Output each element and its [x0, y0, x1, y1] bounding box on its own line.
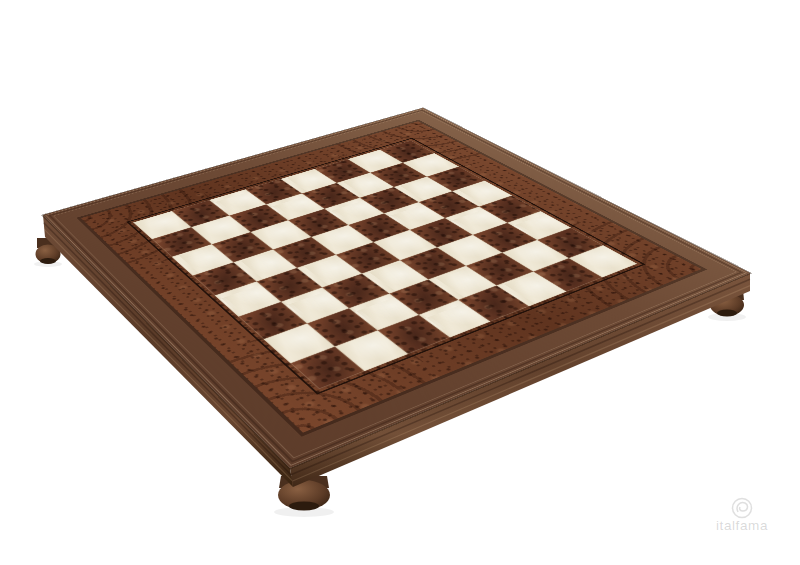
- product-photo: italfama: [0, 0, 800, 565]
- watermark-logo: [733, 499, 752, 518]
- watermark-text: italfama: [704, 518, 780, 533]
